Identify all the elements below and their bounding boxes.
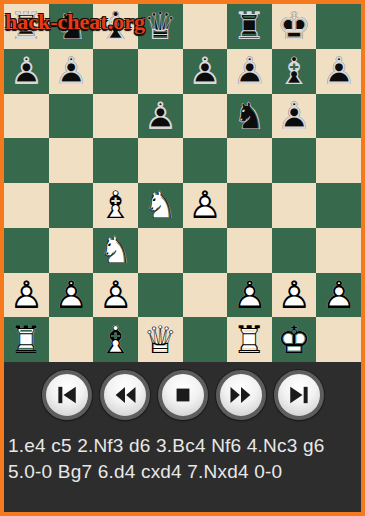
square-e1[interactable] xyxy=(183,317,228,362)
square-a6[interactable] xyxy=(4,94,49,139)
square-e8[interactable] xyxy=(183,4,228,49)
move-list-line-1: 1.e4 c5 2.Nf3 d6 3.Bc4 Nf6 4.Nc3 g6 xyxy=(8,433,357,459)
piece-white-king: ♚♔ xyxy=(272,317,317,362)
piece-black-pawn: ♟♙ xyxy=(183,49,228,94)
square-f7[interactable]: ♟♙ xyxy=(227,49,272,94)
square-h3[interactable] xyxy=(316,228,361,273)
square-g7[interactable]: ♝♗ xyxy=(272,49,317,94)
piece-black-knight: ♞♘ xyxy=(49,4,94,49)
piece-white-bishop: ♝♗ xyxy=(93,183,138,228)
square-g1[interactable]: ♚♔ xyxy=(272,317,317,362)
square-e6[interactable] xyxy=(183,94,228,139)
piece-black-pawn: ♟♙ xyxy=(4,49,49,94)
skip-start-icon xyxy=(53,381,81,409)
square-d5[interactable] xyxy=(138,138,183,183)
square-a2[interactable]: ♟♙ xyxy=(4,273,49,318)
square-a3[interactable] xyxy=(4,228,49,273)
piece-white-pawn: ♟♙ xyxy=(272,273,317,318)
square-f1[interactable]: ♜♖ xyxy=(227,317,272,362)
square-d8[interactable]: ♛♕ xyxy=(138,4,183,49)
move-list: 1.e4 c5 2.Nf3 d6 3.Bc4 Nf6 4.Nc3 g6 5.0-… xyxy=(4,426,361,485)
square-f6[interactable]: ♞♘ xyxy=(227,94,272,139)
square-g8[interactable]: ♚♔ xyxy=(272,4,317,49)
piece-black-rook: ♜♖ xyxy=(4,4,49,49)
square-g4[interactable] xyxy=(272,183,317,228)
square-d7[interactable] xyxy=(138,49,183,94)
rewind-button[interactable] xyxy=(100,370,150,420)
square-a4[interactable] xyxy=(4,183,49,228)
square-d6[interactable]: ♟♙ xyxy=(138,94,183,139)
square-c5[interactable] xyxy=(93,138,138,183)
app-window: hack-cheat.org ♜♖♞♘♝♗♛♕♜♖♚♔♟♙♟♙♟♙♟♙♝♗♟♙♟… xyxy=(0,0,365,516)
square-b2[interactable]: ♟♙ xyxy=(49,273,94,318)
square-b7[interactable]: ♟♙ xyxy=(49,49,94,94)
piece-white-knight: ♞♘ xyxy=(93,228,138,273)
piece-black-king: ♚♔ xyxy=(272,4,317,49)
square-h8[interactable] xyxy=(316,4,361,49)
square-d3[interactable] xyxy=(138,228,183,273)
square-a8[interactable]: ♜♖ xyxy=(4,4,49,49)
square-c2[interactable]: ♟♙ xyxy=(93,273,138,318)
piece-black-rook: ♜♖ xyxy=(227,4,272,49)
stop-button[interactable] xyxy=(158,370,208,420)
piece-white-pawn: ♟♙ xyxy=(227,273,272,318)
chess-board: ♜♖♞♘♝♗♛♕♜♖♚♔♟♙♟♙♟♙♟♙♝♗♟♙♟♙♞♘♟♙♝♗♞♘♟♙♞♘♟♙… xyxy=(4,4,361,362)
piece-white-bishop: ♝♗ xyxy=(93,317,138,362)
piece-black-knight: ♞♘ xyxy=(227,94,272,139)
square-c3[interactable]: ♞♘ xyxy=(93,228,138,273)
piece-white-pawn: ♟♙ xyxy=(316,273,361,318)
square-f8[interactable]: ♜♖ xyxy=(227,4,272,49)
square-h1[interactable] xyxy=(316,317,361,362)
playback-controls xyxy=(4,362,361,426)
square-e4[interactable]: ♟♙ xyxy=(183,183,228,228)
fast-forward-button[interactable] xyxy=(216,370,266,420)
square-h6[interactable] xyxy=(316,94,361,139)
square-c6[interactable] xyxy=(93,94,138,139)
square-f2[interactable]: ♟♙ xyxy=(227,273,272,318)
square-h5[interactable] xyxy=(316,138,361,183)
square-c8[interactable]: ♝♗ xyxy=(93,4,138,49)
square-a5[interactable] xyxy=(4,138,49,183)
square-e2[interactable] xyxy=(183,273,228,318)
piece-white-pawn: ♟♙ xyxy=(93,273,138,318)
piece-black-pawn: ♟♙ xyxy=(227,49,272,94)
piece-black-pawn: ♟♙ xyxy=(49,49,94,94)
skip-to-end-button[interactable] xyxy=(274,370,324,420)
square-f5[interactable] xyxy=(227,138,272,183)
square-d4[interactable]: ♞♘ xyxy=(138,183,183,228)
piece-white-knight: ♞♘ xyxy=(138,183,183,228)
piece-white-pawn: ♟♙ xyxy=(4,273,49,318)
square-b4[interactable] xyxy=(49,183,94,228)
rewind-icon xyxy=(111,381,139,409)
square-d1[interactable]: ♛♕ xyxy=(138,317,183,362)
piece-white-queen: ♛♕ xyxy=(138,317,183,362)
square-b6[interactable] xyxy=(49,94,94,139)
piece-black-bishop: ♝♗ xyxy=(93,4,138,49)
square-g5[interactable] xyxy=(272,138,317,183)
piece-white-pawn: ♟♙ xyxy=(183,183,228,228)
square-f4[interactable] xyxy=(227,183,272,228)
piece-black-pawn: ♟♙ xyxy=(316,49,361,94)
square-d2[interactable] xyxy=(138,273,183,318)
square-g2[interactable]: ♟♙ xyxy=(272,273,317,318)
skip-end-icon xyxy=(285,381,313,409)
square-b1[interactable] xyxy=(49,317,94,362)
fast-forward-icon xyxy=(227,381,255,409)
square-a1[interactable]: ♜♖ xyxy=(4,317,49,362)
square-a7[interactable]: ♟♙ xyxy=(4,49,49,94)
square-e3[interactable] xyxy=(183,228,228,273)
square-b5[interactable] xyxy=(49,138,94,183)
piece-white-rook: ♜♖ xyxy=(227,317,272,362)
piece-black-bishop: ♝♗ xyxy=(272,49,317,94)
move-list-line-2: 5.0-0 Bg7 6.d4 cxd4 7.Nxd4 0-0 xyxy=(8,459,357,485)
square-e5[interactable] xyxy=(183,138,228,183)
piece-white-rook: ♜♖ xyxy=(4,317,49,362)
skip-to-start-button[interactable] xyxy=(42,370,92,420)
square-b8[interactable]: ♞♘ xyxy=(49,4,94,49)
square-h4[interactable] xyxy=(316,183,361,228)
square-g6[interactable]: ♟♙ xyxy=(272,94,317,139)
square-g3[interactable] xyxy=(272,228,317,273)
stop-icon xyxy=(169,381,197,409)
square-h7[interactable]: ♟♙ xyxy=(316,49,361,94)
square-h2[interactable]: ♟♙ xyxy=(316,273,361,318)
piece-black-queen: ♛♕ xyxy=(138,4,183,49)
piece-white-pawn: ♟♙ xyxy=(49,273,94,318)
square-c7[interactable] xyxy=(93,49,138,94)
piece-black-pawn: ♟♙ xyxy=(272,94,317,139)
square-e7[interactable]: ♟♙ xyxy=(183,49,228,94)
square-c1[interactable]: ♝♗ xyxy=(93,317,138,362)
square-b3[interactable] xyxy=(49,228,94,273)
piece-black-pawn: ♟♙ xyxy=(138,94,183,139)
square-f3[interactable] xyxy=(227,228,272,273)
square-c4[interactable]: ♝♗ xyxy=(93,183,138,228)
